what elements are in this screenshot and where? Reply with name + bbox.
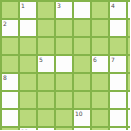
cell-r1-c3 [56, 20, 73, 37]
cell-r7-c3 [56, 128, 73, 131]
cell-r6-c3 [56, 110, 73, 127]
cell-r6-c5 [92, 110, 109, 127]
clue-number-8: 8 [3, 74, 7, 81]
cell-r5-c3 [56, 92, 73, 109]
cell-r3-c4 [74, 56, 91, 73]
cell-r7-c7[interactable] [128, 128, 131, 131]
cell-r6-c1 [20, 110, 37, 127]
cell-r5-c5 [92, 92, 109, 109]
clue-number-11: 11 [21, 128, 29, 131]
crossword-board: 134256781011 [0, 0, 130, 130]
cell-r1-c1[interactable] [20, 20, 37, 37]
clue-number-3: 3 [57, 2, 61, 9]
cell-r5-c7[interactable] [128, 92, 131, 109]
cell-r4-c7 [128, 74, 131, 91]
cell-r5-c1 [20, 92, 37, 109]
cell-r1-c0[interactable]: 2 [2, 20, 19, 37]
cell-r2-c7 [128, 38, 131, 55]
cell-r3-c6[interactable]: 7 [110, 56, 127, 73]
clue-number-10: 10 [75, 110, 83, 117]
cell-r2-c3 [56, 38, 73, 55]
clue-number-6: 6 [93, 56, 97, 63]
clue-number-1: 1 [21, 2, 25, 9]
cell-r3-c1 [20, 56, 37, 73]
cell-r0-c3[interactable]: 3 [56, 2, 73, 19]
cell-r5-c2 [38, 92, 55, 109]
cell-r1-c4 [74, 20, 91, 37]
cell-r6-c4[interactable]: 10 [74, 110, 91, 127]
cell-r4-c0[interactable]: 8 [2, 74, 19, 91]
cell-r4-c3 [56, 74, 73, 91]
clue-number-7: 7 [111, 56, 115, 63]
cell-r4-c4 [74, 74, 91, 91]
cell-r1-c6[interactable] [110, 20, 127, 37]
cell-r2-c6 [110, 38, 127, 55]
cell-r0-c4[interactable] [74, 2, 91, 19]
cell-r6-c0[interactable] [2, 110, 19, 127]
clue-number-4: 4 [111, 2, 115, 9]
cell-r2-c2 [38, 38, 55, 55]
cell-r4-c6[interactable] [110, 74, 127, 91]
cell-r1-c7 [128, 20, 131, 37]
cell-r7-c6[interactable] [110, 128, 127, 131]
cell-r5-c0[interactable] [2, 92, 19, 109]
cell-r1-c5 [92, 20, 109, 37]
cell-r6-c2 [38, 110, 55, 127]
cell-r5-c6[interactable] [110, 92, 127, 109]
cell-r0-c0 [2, 2, 19, 19]
cell-r4-c1 [20, 74, 37, 91]
cell-r7-c2[interactable] [38, 128, 55, 131]
cell-r5-c4 [74, 92, 91, 109]
cell-r3-c7 [128, 56, 131, 73]
cell-r2-c0 [2, 38, 19, 55]
cell-r4-c5 [92, 74, 109, 91]
cell-r7-c5 [92, 128, 109, 131]
crossword-grid: 134256781011 [0, 0, 130, 130]
cell-r4-c2 [38, 74, 55, 91]
cell-r6-c6[interactable] [110, 110, 127, 127]
cell-r0-c6[interactable]: 4 [110, 2, 127, 19]
clue-number-5: 5 [39, 56, 43, 63]
cell-r7-c1[interactable]: 11 [20, 128, 37, 131]
cell-r0-c2 [38, 2, 55, 19]
cell-r0-c1[interactable]: 1 [20, 2, 37, 19]
cell-r1-c2 [38, 20, 55, 37]
cell-r7-c4[interactable] [74, 128, 91, 131]
cell-r2-c4 [74, 38, 91, 55]
clue-number-2: 2 [3, 20, 7, 27]
cell-r3-c0 [2, 56, 19, 73]
cell-r3-c5[interactable]: 6 [92, 56, 109, 73]
cell-r2-c5 [92, 38, 109, 55]
cell-r7-c0 [2, 128, 19, 131]
cell-r0-c7[interactable] [128, 2, 131, 19]
cell-r0-c5 [92, 2, 109, 19]
cell-r2-c1 [20, 38, 37, 55]
cell-r6-c7[interactable] [128, 110, 131, 127]
cell-r3-c3[interactable] [56, 56, 73, 73]
cell-r3-c2[interactable]: 5 [38, 56, 55, 73]
